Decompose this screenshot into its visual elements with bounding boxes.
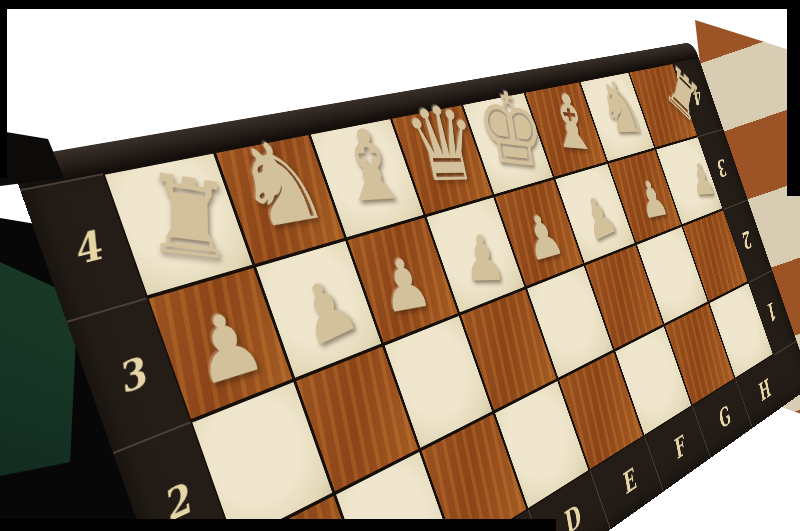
photo-border-right [787, 0, 800, 196]
photo-border-left [0, 0, 7, 178]
piece-white-rook-a4: ♜ [129, 156, 247, 278]
piece-white-pawn-d3: ♟ [440, 226, 523, 291]
chess-board-front-half: 44332211ABCDEFGH♜♞♝♚♛♝♞♜♟♟♟♟♟♟♟♟ [9, 42, 800, 531]
photo-stage: 44332211ABCDEFGH♜♞♝♚♛♝♞♜♟♟♟♟♟♟♟♟ [0, 0, 800, 531]
photo-border-top [0, 0, 800, 9]
photo-border-bottom [0, 519, 556, 531]
